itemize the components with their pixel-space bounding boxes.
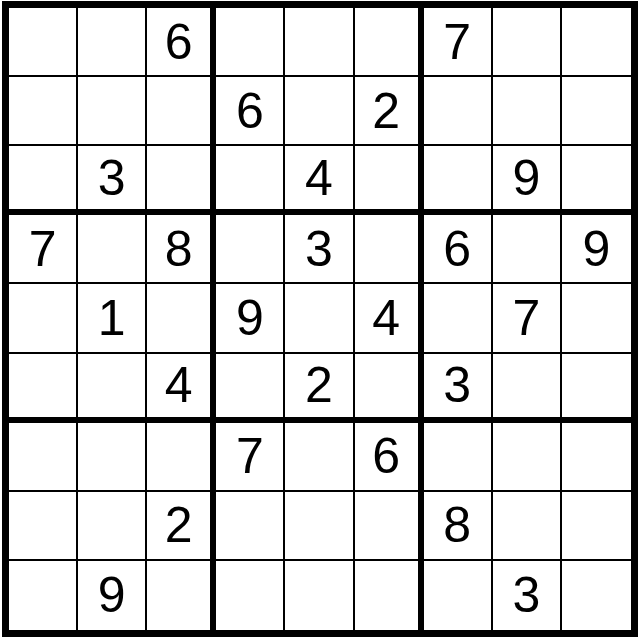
cell-r4c2-empty[interactable]	[78, 215, 147, 284]
cell-r8c2-empty[interactable]	[78, 492, 147, 561]
cell-r4c8-empty[interactable]	[493, 215, 562, 284]
cell-r1c3-given: 6	[147, 8, 216, 77]
cell-r1c4-empty[interactable]	[216, 8, 285, 77]
cell-r3c4-empty[interactable]	[216, 146, 285, 215]
cell-r6c9-empty[interactable]	[562, 354, 631, 423]
cell-r9c5-empty[interactable]	[285, 561, 354, 630]
sudoku-board: 6762349783691947423762893	[2, 1, 638, 637]
cell-r4c1-given: 7	[9, 215, 78, 284]
cell-r3c7-empty[interactable]	[424, 146, 493, 215]
cell-r1c7-given: 7	[424, 8, 493, 77]
cell-r5c6-given: 4	[355, 284, 424, 353]
cell-r7c5-empty[interactable]	[285, 423, 354, 492]
cell-r9c7-empty[interactable]	[424, 561, 493, 630]
cell-r7c3-empty[interactable]	[147, 423, 216, 492]
cell-r8c7-given: 8	[424, 492, 493, 561]
cell-r8c5-empty[interactable]	[285, 492, 354, 561]
cell-r5c7-empty[interactable]	[424, 284, 493, 353]
cell-r4c5-given: 3	[285, 215, 354, 284]
cell-r3c2-given: 3	[78, 146, 147, 215]
cell-r2c4-given: 6	[216, 77, 285, 146]
cell-r3c1-empty[interactable]	[9, 146, 78, 215]
cell-r6c7-given: 3	[424, 354, 493, 423]
cell-r9c2-given: 9	[78, 561, 147, 630]
cell-r1c1-empty[interactable]	[9, 8, 78, 77]
cell-r8c4-empty[interactable]	[216, 492, 285, 561]
cell-r1c9-empty[interactable]	[562, 8, 631, 77]
cell-r9c6-empty[interactable]	[355, 561, 424, 630]
cell-r2c6-given: 2	[355, 77, 424, 146]
cell-r5c9-empty[interactable]	[562, 284, 631, 353]
cell-r7c2-empty[interactable]	[78, 423, 147, 492]
cell-r2c1-empty[interactable]	[9, 77, 78, 146]
cell-r5c2-given: 1	[78, 284, 147, 353]
cell-r3c5-given: 4	[285, 146, 354, 215]
cell-r4c4-empty[interactable]	[216, 215, 285, 284]
cell-r2c2-empty[interactable]	[78, 77, 147, 146]
cell-r2c3-empty[interactable]	[147, 77, 216, 146]
cell-r8c9-empty[interactable]	[562, 492, 631, 561]
cell-r3c8-given: 9	[493, 146, 562, 215]
cell-r7c8-empty[interactable]	[493, 423, 562, 492]
cell-r7c1-empty[interactable]	[9, 423, 78, 492]
cell-r6c8-empty[interactable]	[493, 354, 562, 423]
cell-r2c5-empty[interactable]	[285, 77, 354, 146]
cell-r5c5-empty[interactable]	[285, 284, 354, 353]
cell-r8c8-empty[interactable]	[493, 492, 562, 561]
cell-r8c6-empty[interactable]	[355, 492, 424, 561]
cell-r3c9-empty[interactable]	[562, 146, 631, 215]
cell-r6c2-empty[interactable]	[78, 354, 147, 423]
cell-r2c7-empty[interactable]	[424, 77, 493, 146]
cell-r6c6-empty[interactable]	[355, 354, 424, 423]
cell-r2c9-empty[interactable]	[562, 77, 631, 146]
cell-r5c8-given: 7	[493, 284, 562, 353]
cell-r9c9-empty[interactable]	[562, 561, 631, 630]
cell-r6c1-empty[interactable]	[9, 354, 78, 423]
cell-r9c4-empty[interactable]	[216, 561, 285, 630]
cell-r1c5-empty[interactable]	[285, 8, 354, 77]
cell-r8c1-empty[interactable]	[9, 492, 78, 561]
cell-r4c6-empty[interactable]	[355, 215, 424, 284]
cell-r3c3-empty[interactable]	[147, 146, 216, 215]
cell-r3c6-empty[interactable]	[355, 146, 424, 215]
cell-r5c3-empty[interactable]	[147, 284, 216, 353]
cell-r1c2-empty[interactable]	[78, 8, 147, 77]
cell-r6c3-given: 4	[147, 354, 216, 423]
cell-r4c9-given: 9	[562, 215, 631, 284]
cell-r1c8-empty[interactable]	[493, 8, 562, 77]
cell-r7c4-given: 7	[216, 423, 285, 492]
cell-r7c6-given: 6	[355, 423, 424, 492]
cell-r5c1-empty[interactable]	[9, 284, 78, 353]
cell-r6c4-empty[interactable]	[216, 354, 285, 423]
cell-r4c3-given: 8	[147, 215, 216, 284]
cell-r7c9-empty[interactable]	[562, 423, 631, 492]
cell-r6c5-given: 2	[285, 354, 354, 423]
cell-r9c1-empty[interactable]	[9, 561, 78, 630]
cell-r5c4-given: 9	[216, 284, 285, 353]
cell-r7c7-empty[interactable]	[424, 423, 493, 492]
cell-r9c3-empty[interactable]	[147, 561, 216, 630]
cell-r1c6-empty[interactable]	[355, 8, 424, 77]
cell-r4c7-given: 6	[424, 215, 493, 284]
cell-r9c8-given: 3	[493, 561, 562, 630]
cell-r8c3-given: 2	[147, 492, 216, 561]
cell-r2c8-empty[interactable]	[493, 77, 562, 146]
